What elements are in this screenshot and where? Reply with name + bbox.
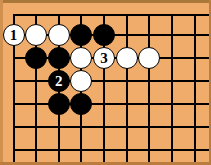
stone-white[interactable] bbox=[70, 70, 92, 92]
frame-right-edge bbox=[209, 0, 211, 165]
grid-vline-8 bbox=[171, 14, 173, 162]
frame-bottom-edge bbox=[0, 162, 211, 165]
stone-black-move-2[interactable]: 2 bbox=[48, 70, 70, 92]
grid-vline-9 bbox=[194, 14, 196, 162]
move-number-label: 2 bbox=[55, 74, 63, 89]
grid-hline-7 bbox=[13, 149, 210, 151]
grid-hline-5 bbox=[13, 103, 210, 105]
grid-vline-6 bbox=[126, 14, 128, 162]
stone-white-move-3[interactable]: 3 bbox=[93, 47, 115, 69]
stone-black[interactable] bbox=[93, 24, 115, 46]
stone-white[interactable] bbox=[116, 47, 138, 69]
stone-white[interactable] bbox=[48, 24, 70, 46]
grid-hline-6 bbox=[13, 126, 210, 128]
move-number-label: 1 bbox=[10, 28, 18, 43]
stone-white[interactable] bbox=[138, 47, 160, 69]
stone-white-move-1[interactable]: 1 bbox=[3, 24, 25, 46]
frame-left-edge bbox=[0, 0, 3, 165]
go-board-diagram[interactable]: 132 bbox=[0, 0, 211, 165]
move-number-label: 3 bbox=[100, 51, 108, 66]
stone-black[interactable] bbox=[25, 47, 47, 69]
grid-hline-1 bbox=[13, 14, 210, 16]
grid-vline-7 bbox=[148, 14, 150, 162]
stone-white[interactable] bbox=[70, 47, 92, 69]
stone-black[interactable] bbox=[70, 24, 92, 46]
stone-white[interactable] bbox=[25, 24, 47, 46]
stone-black[interactable] bbox=[70, 93, 92, 115]
grid-hline-4 bbox=[13, 80, 210, 82]
stone-black[interactable] bbox=[48, 93, 70, 115]
stone-black[interactable] bbox=[48, 47, 70, 69]
frame-top-edge bbox=[0, 0, 211, 3]
